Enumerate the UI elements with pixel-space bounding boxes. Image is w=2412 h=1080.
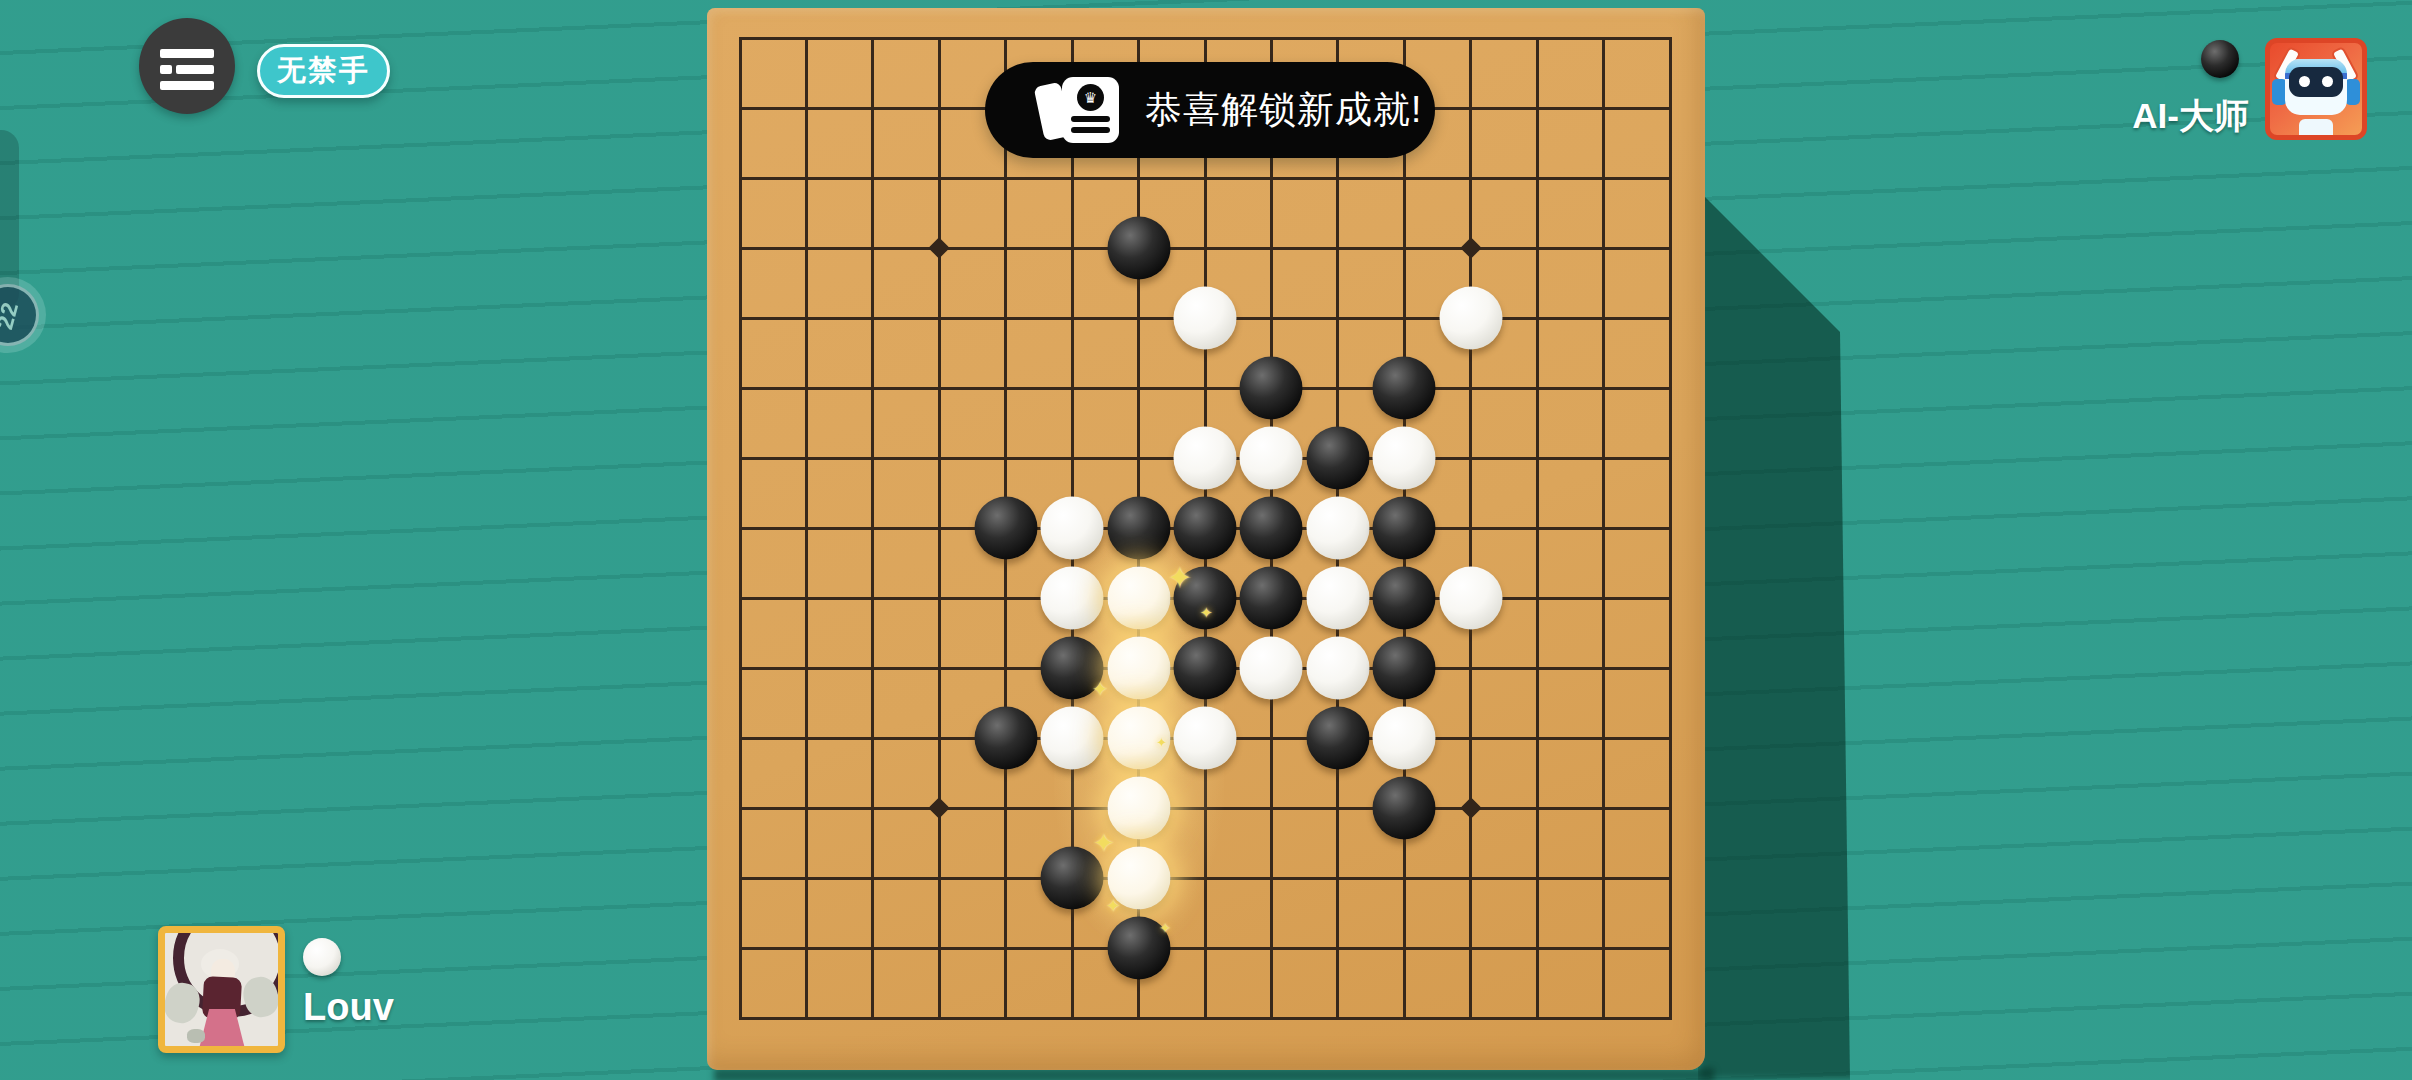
stone-black [1240,567,1303,630]
opponent-stone-indicator-black [2201,40,2239,78]
grid-line [739,1017,1672,1020]
stone-black [1240,497,1303,560]
stone-white [1174,427,1237,490]
player-stone-indicator-white [303,938,341,976]
stone-white [1306,567,1369,630]
stone-black [974,497,1037,560]
stone-black [1373,497,1436,560]
stone-black [1174,497,1237,560]
stone-white [1439,287,1502,350]
stone-white [1107,707,1170,770]
count-bubble-label: 22 [0,298,25,332]
star-point [929,237,950,258]
opponent-name: AI-大师 [2132,93,2249,140]
stone-white [1041,707,1104,770]
stone-white [1373,707,1436,770]
stone-black [1107,497,1170,560]
crown-icon: ♛ [1077,84,1104,111]
opponent-info: AI-大师 [2132,38,2367,140]
stone-black [1041,847,1104,910]
stone-black [1107,217,1170,280]
achievement-card-icon: ♛ [1039,77,1119,143]
stone-white [1174,287,1237,350]
player-info: Louv [158,926,394,1053]
grid-line [739,807,1672,810]
grid-line [1669,37,1672,1020]
menu-button[interactable] [139,18,235,114]
rule-badge-label: 无禁手 [277,51,370,91]
stone-black [1373,777,1436,840]
stone-white [1439,567,1502,630]
stone-black [1373,567,1436,630]
stone-white [1107,847,1170,910]
sparkle-star-icon: ✦ [1093,830,1115,856]
stone-white [1041,567,1104,630]
stone-white [1107,567,1170,630]
stone-black [1373,637,1436,700]
player-name: Louv [303,986,394,1029]
star-point [929,797,950,818]
stone-black [1240,357,1303,420]
grid-line [739,947,1672,950]
stone-black [1107,917,1170,980]
stone-white [1306,497,1369,560]
star-point [1460,237,1481,258]
star-point [1460,797,1481,818]
stone-black [1306,427,1369,490]
stone-black [1041,637,1104,700]
stone-black [1174,567,1237,630]
stone-white [1306,637,1369,700]
stone-white [1174,707,1237,770]
grid-line [739,877,1672,880]
app-root: ✦✦✦✦✦✦✦ 无禁手 ♛ 恭喜解锁新成就! AI-大师 [0,0,2412,1080]
grid-line [1536,37,1539,1020]
stone-black [1373,357,1436,420]
opponent-avatar[interactable] [2265,38,2367,140]
stone-black [1174,637,1237,700]
gomoku-board[interactable]: ✦✦✦✦✦✦✦ [707,8,1705,1070]
player-avatar[interactable] [158,926,285,1053]
stone-white [1240,637,1303,700]
grid-line [1469,37,1472,1020]
achievement-toast: ♛ 恭喜解锁新成就! [985,62,1435,158]
stone-white [1373,427,1436,490]
stone-white [1240,427,1303,490]
stone-black [1306,707,1369,770]
stone-white [1107,637,1170,700]
toast-text: 恭喜解锁新成就! [1145,85,1422,135]
stone-black [974,707,1037,770]
stone-white [1041,497,1104,560]
grid-line [1602,37,1605,1020]
rule-badge: 无禁手 [257,44,390,98]
stone-white [1107,777,1170,840]
